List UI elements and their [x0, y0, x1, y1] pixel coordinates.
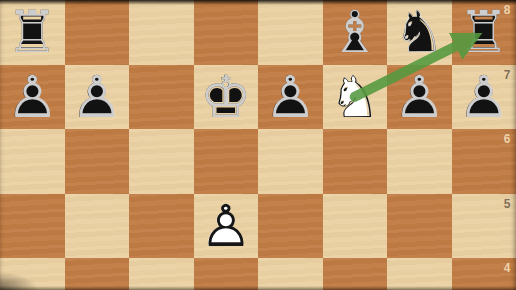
square-e7[interactable] [258, 65, 323, 130]
square-g4[interactable] [387, 258, 452, 290]
square-h6[interactable] [452, 129, 516, 194]
square-f5[interactable] [323, 194, 388, 259]
square-f7[interactable] [323, 65, 388, 130]
square-e6[interactable] [258, 129, 323, 194]
square-c7[interactable] [129, 65, 194, 130]
square-d5[interactable] [194, 194, 259, 259]
square-c5[interactable] [129, 194, 194, 259]
square-b8[interactable] [65, 0, 130, 65]
square-c4[interactable] [129, 258, 194, 290]
square-d4[interactable] [194, 258, 259, 290]
square-d7[interactable] [194, 65, 259, 130]
square-h8[interactable] [452, 0, 516, 65]
square-d8[interactable] [194, 0, 259, 65]
square-h7[interactable] [452, 65, 516, 130]
square-e8[interactable] [258, 0, 323, 65]
square-b7[interactable] [65, 65, 130, 130]
square-c8[interactable] [129, 0, 194, 65]
square-a5[interactable] [0, 194, 65, 259]
square-h4[interactable] [452, 258, 516, 290]
square-e4[interactable] [258, 258, 323, 290]
square-g7[interactable] [387, 65, 452, 130]
square-b6[interactable] [65, 129, 130, 194]
square-a8[interactable] [0, 0, 65, 65]
square-a7[interactable] [0, 65, 65, 130]
chess-board[interactable] [0, 0, 516, 290]
square-f6[interactable] [323, 129, 388, 194]
square-e5[interactable] [258, 194, 323, 259]
square-g8[interactable] [387, 0, 452, 65]
square-f8[interactable] [323, 0, 388, 65]
square-c6[interactable] [129, 129, 194, 194]
square-d6[interactable] [194, 129, 259, 194]
board-viewport: ♜♖♝♗♞♘♜♖♟♙♟♙♚♔♟♙♞♘♟♙♟♙♟♙ 87654 [0, 0, 516, 290]
square-b4[interactable] [65, 258, 130, 290]
square-a4[interactable] [0, 258, 65, 290]
square-h5[interactable] [452, 194, 516, 259]
square-a6[interactable] [0, 129, 65, 194]
square-g5[interactable] [387, 194, 452, 259]
square-f4[interactable] [323, 258, 388, 290]
square-g6[interactable] [387, 129, 452, 194]
square-b5[interactable] [65, 194, 130, 259]
